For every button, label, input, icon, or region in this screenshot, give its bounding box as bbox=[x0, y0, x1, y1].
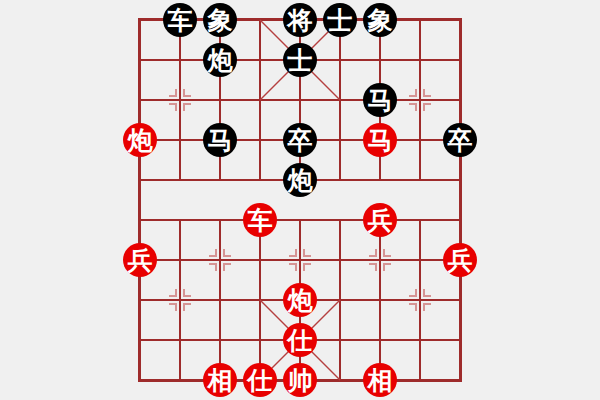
piece-red-general[interactable]: 帅 bbox=[283, 363, 317, 397]
piece-red-advisor[interactable]: 仕 bbox=[283, 323, 317, 357]
xiangqi-app: 车象将士象炮士马炮马卒马卒炮车兵兵兵炮仕相仕帅相 bbox=[0, 0, 600, 400]
point-marker bbox=[384, 264, 391, 271]
piece-red-advisor[interactable]: 仕 bbox=[243, 363, 277, 397]
point-marker bbox=[424, 289, 431, 296]
piece-red-horse[interactable]: 马 bbox=[363, 123, 397, 157]
piece-black-chariot[interactable]: 车 bbox=[163, 3, 197, 37]
point-marker bbox=[169, 104, 176, 111]
point-marker bbox=[169, 89, 176, 96]
piece-red-cannon[interactable]: 炮 bbox=[283, 283, 317, 317]
point-marker bbox=[424, 304, 431, 311]
point-marker bbox=[409, 104, 416, 111]
point-marker bbox=[409, 304, 416, 311]
piece-red-soldier[interactable]: 兵 bbox=[443, 243, 477, 277]
point-marker bbox=[384, 249, 391, 256]
point-marker bbox=[304, 264, 311, 271]
point-marker bbox=[424, 89, 431, 96]
piece-black-soldier[interactable]: 卒 bbox=[283, 123, 317, 157]
point-marker bbox=[209, 264, 216, 271]
piece-red-chariot[interactable]: 车 bbox=[243, 203, 277, 237]
piece-black-elephant[interactable]: 象 bbox=[363, 3, 397, 37]
point-marker bbox=[184, 104, 191, 111]
piece-black-elephant[interactable]: 象 bbox=[203, 3, 237, 37]
piece-black-general[interactable]: 将 bbox=[283, 3, 317, 37]
piece-red-soldier[interactable]: 兵 bbox=[363, 203, 397, 237]
piece-red-soldier[interactable]: 兵 bbox=[123, 243, 157, 277]
piece-black-cannon[interactable]: 炮 bbox=[283, 163, 317, 197]
point-marker bbox=[289, 264, 296, 271]
point-marker bbox=[184, 304, 191, 311]
point-marker bbox=[184, 289, 191, 296]
piece-red-elephant[interactable]: 相 bbox=[363, 363, 397, 397]
point-marker bbox=[409, 89, 416, 96]
point-marker bbox=[409, 289, 416, 296]
piece-black-advisor[interactable]: 士 bbox=[283, 43, 317, 77]
point-marker bbox=[424, 104, 431, 111]
point-marker bbox=[184, 89, 191, 96]
point-marker bbox=[369, 264, 376, 271]
piece-red-cannon[interactable]: 炮 bbox=[123, 123, 157, 157]
point-marker bbox=[169, 304, 176, 311]
piece-black-advisor[interactable]: 士 bbox=[323, 3, 357, 37]
point-marker bbox=[289, 249, 296, 256]
point-marker bbox=[224, 249, 231, 256]
piece-black-soldier[interactable]: 卒 bbox=[443, 123, 477, 157]
piece-black-cannon[interactable]: 炮 bbox=[203, 43, 237, 77]
piece-black-horse[interactable]: 马 bbox=[363, 83, 397, 117]
piece-black-horse[interactable]: 马 bbox=[203, 123, 237, 157]
piece-red-elephant[interactable]: 相 bbox=[203, 363, 237, 397]
point-marker bbox=[304, 249, 311, 256]
point-marker bbox=[224, 264, 231, 271]
point-marker bbox=[369, 249, 376, 256]
point-marker bbox=[169, 289, 176, 296]
point-marker bbox=[209, 249, 216, 256]
